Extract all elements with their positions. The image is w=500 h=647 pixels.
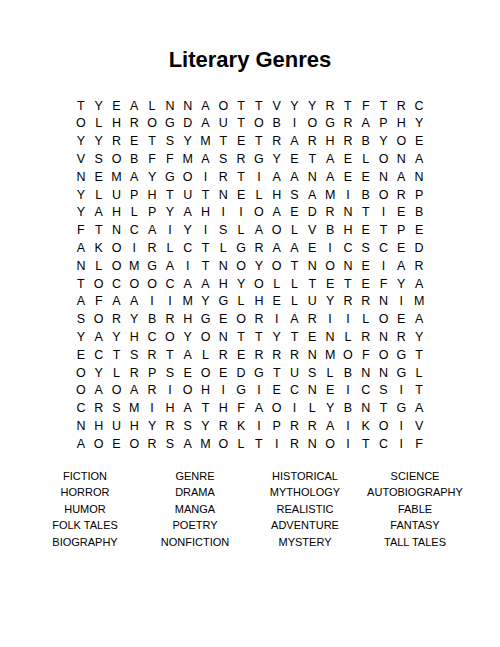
grid-cell[interactable]: C bbox=[143, 328, 161, 346]
grid-cell[interactable]: A bbox=[179, 204, 197, 222]
grid-cell[interactable]: R bbox=[303, 311, 321, 329]
grid-cell[interactable]: A bbox=[161, 257, 179, 275]
grid-cell[interactable]: H bbox=[268, 186, 286, 204]
grid-cell[interactable]: M bbox=[125, 257, 143, 275]
grid-cell[interactable]: M bbox=[179, 293, 197, 311]
grid-cell[interactable]: A bbox=[250, 400, 268, 418]
grid-cell[interactable]: A bbox=[286, 168, 304, 186]
grid-cell[interactable]: K bbox=[357, 417, 375, 435]
grid-cell[interactable]: O bbox=[108, 257, 126, 275]
grid-cell[interactable]: I bbox=[250, 382, 268, 400]
grid-cell[interactable]: M bbox=[125, 400, 143, 418]
grid-cell[interactable]: I bbox=[392, 293, 410, 311]
grid-cell[interactable]: R bbox=[339, 115, 357, 133]
grid-cell[interactable]: N bbox=[375, 293, 393, 311]
grid-cell[interactable]: R bbox=[143, 239, 161, 257]
grid-cell[interactable]: S bbox=[161, 435, 179, 453]
grid-cell[interactable]: A bbox=[197, 97, 215, 115]
grid-cell[interactable]: V bbox=[268, 97, 286, 115]
grid-cell[interactable]: E bbox=[108, 435, 126, 453]
grid-cell[interactable]: E bbox=[232, 346, 250, 364]
grid-cell[interactable]: C bbox=[108, 275, 126, 293]
grid-cell[interactable]: B bbox=[321, 222, 339, 240]
grid-cell[interactable]: C bbox=[339, 239, 357, 257]
grid-cell[interactable]: Y bbox=[90, 364, 108, 382]
grid-cell[interactable]: T bbox=[410, 382, 428, 400]
grid-cell[interactable]: L bbox=[108, 364, 126, 382]
grid-cell[interactable]: L bbox=[214, 239, 232, 257]
grid-cell[interactable]: A bbox=[410, 275, 428, 293]
grid-cell[interactable]: T bbox=[286, 257, 304, 275]
grid-cell[interactable]: T bbox=[339, 97, 357, 115]
grid-cell[interactable]: Y bbox=[410, 328, 428, 346]
grid-cell[interactable]: I bbox=[339, 435, 357, 453]
grid-cell[interactable]: S bbox=[214, 150, 232, 168]
grid-cell[interactable]: R bbox=[268, 133, 286, 151]
grid-cell[interactable]: E bbox=[214, 311, 232, 329]
grid-cell[interactable]: F bbox=[90, 293, 108, 311]
grid-cell[interactable]: M bbox=[197, 435, 215, 453]
grid-cell[interactable]: I bbox=[197, 168, 215, 186]
grid-cell[interactable]: N bbox=[72, 417, 90, 435]
grid-cell[interactable]: R bbox=[161, 311, 179, 329]
grid-cell[interactable]: E bbox=[268, 382, 286, 400]
grid-cell[interactable]: Y bbox=[392, 275, 410, 293]
grid-cell[interactable]: P bbox=[392, 222, 410, 240]
grid-cell[interactable]: O bbox=[179, 168, 197, 186]
grid-cell[interactable]: N bbox=[303, 435, 321, 453]
grid-cell[interactable]: I bbox=[286, 400, 304, 418]
grid-cell[interactable]: A bbox=[125, 293, 143, 311]
grid-cell[interactable]: R bbox=[339, 293, 357, 311]
grid-cell[interactable]: I bbox=[214, 204, 232, 222]
grid-cell[interactable]: E bbox=[179, 364, 197, 382]
grid-cell[interactable]: G bbox=[232, 382, 250, 400]
grid-cell[interactable]: S bbox=[286, 186, 304, 204]
grid-cell[interactable]: F bbox=[375, 275, 393, 293]
grid-cell[interactable]: O bbox=[375, 417, 393, 435]
grid-cell[interactable]: R bbox=[357, 328, 375, 346]
grid-cell[interactable]: T bbox=[72, 275, 90, 293]
grid-cell[interactable]: R bbox=[250, 311, 268, 329]
grid-cell[interactable]: I bbox=[392, 382, 410, 400]
grid-cell[interactable]: O bbox=[143, 275, 161, 293]
grid-cell[interactable]: R bbox=[214, 417, 232, 435]
grid-cell[interactable]: D bbox=[179, 115, 197, 133]
grid-cell[interactable]: O bbox=[250, 275, 268, 293]
grid-cell[interactable]: L bbox=[286, 275, 304, 293]
grid-cell[interactable]: L bbox=[232, 293, 250, 311]
grid-cell[interactable]: E bbox=[339, 168, 357, 186]
grid-cell[interactable]: F bbox=[357, 346, 375, 364]
grid-cell[interactable]: F bbox=[410, 435, 428, 453]
grid-cell[interactable]: E bbox=[108, 97, 126, 115]
grid-cell[interactable]: C bbox=[410, 97, 428, 115]
grid-cell[interactable]: N bbox=[72, 168, 90, 186]
grid-cell[interactable]: O bbox=[375, 186, 393, 204]
grid-cell[interactable]: R bbox=[108, 133, 126, 151]
grid-cell[interactable]: T bbox=[303, 150, 321, 168]
grid-cell[interactable]: T bbox=[72, 97, 90, 115]
grid-cell[interactable]: A bbox=[125, 97, 143, 115]
grid-cell[interactable]: N bbox=[339, 257, 357, 275]
grid-cell[interactable]: G bbox=[214, 293, 232, 311]
grid-cell[interactable]: R bbox=[143, 346, 161, 364]
grid-cell[interactable]: I bbox=[125, 239, 143, 257]
grid-cell[interactable]: L bbox=[232, 435, 250, 453]
grid-cell[interactable]: I bbox=[321, 311, 339, 329]
grid-cell[interactable]: A bbox=[392, 168, 410, 186]
grid-cell[interactable]: R bbox=[143, 382, 161, 400]
grid-cell[interactable]: N bbox=[179, 97, 197, 115]
grid-cell[interactable]: L bbox=[357, 311, 375, 329]
grid-cell[interactable]: G bbox=[392, 364, 410, 382]
grid-cell[interactable]: M bbox=[179, 150, 197, 168]
grid-cell[interactable]: E bbox=[410, 222, 428, 240]
grid-cell[interactable]: T bbox=[339, 275, 357, 293]
grid-cell[interactable]: L bbox=[303, 400, 321, 418]
grid-cell[interactable]: C bbox=[286, 382, 304, 400]
grid-cell[interactable]: O bbox=[321, 257, 339, 275]
grid-cell[interactable]: C bbox=[357, 382, 375, 400]
grid-cell[interactable]: L bbox=[143, 97, 161, 115]
grid-cell[interactable]: N bbox=[303, 257, 321, 275]
grid-cell[interactable]: B bbox=[125, 150, 143, 168]
grid-cell[interactable]: G bbox=[143, 257, 161, 275]
grid-cell[interactable]: Y bbox=[108, 328, 126, 346]
grid-cell[interactable]: E bbox=[357, 168, 375, 186]
grid-cell[interactable]: A bbox=[268, 204, 286, 222]
grid-cell[interactable]: E bbox=[232, 186, 250, 204]
grid-cell[interactable]: H bbox=[214, 275, 232, 293]
grid-cell[interactable]: E bbox=[392, 239, 410, 257]
grid-cell[interactable]: T bbox=[268, 364, 286, 382]
grid-cell[interactable]: T bbox=[232, 168, 250, 186]
grid-cell[interactable]: A bbox=[286, 239, 304, 257]
grid-cell[interactable]: Y bbox=[375, 133, 393, 151]
grid-cell[interactable]: R bbox=[232, 150, 250, 168]
grid-cell[interactable]: T bbox=[197, 257, 215, 275]
grid-cell[interactable]: N bbox=[303, 168, 321, 186]
grid-cell[interactable]: L bbox=[321, 364, 339, 382]
grid-cell[interactable]: O bbox=[90, 275, 108, 293]
grid-cell[interactable]: U bbox=[303, 293, 321, 311]
grid-cell[interactable]: R bbox=[321, 97, 339, 115]
grid-cell[interactable]: E bbox=[357, 275, 375, 293]
grid-cell[interactable]: I bbox=[250, 417, 268, 435]
grid-cell[interactable]: O bbox=[250, 115, 268, 133]
grid-cell[interactable]: D bbox=[303, 204, 321, 222]
grid-cell[interactable]: L bbox=[250, 186, 268, 204]
grid-cell[interactable]: E bbox=[392, 204, 410, 222]
grid-cell[interactable]: Y bbox=[90, 133, 108, 151]
grid-cell[interactable]: N bbox=[357, 364, 375, 382]
grid-cell[interactable]: U bbox=[108, 417, 126, 435]
grid-cell[interactable]: O bbox=[90, 435, 108, 453]
grid-cell[interactable]: L bbox=[286, 222, 304, 240]
grid-cell[interactable]: P bbox=[143, 204, 161, 222]
grid-cell[interactable]: L bbox=[286, 293, 304, 311]
grid-cell[interactable]: O bbox=[125, 275, 143, 293]
grid-cell[interactable]: H bbox=[197, 204, 215, 222]
grid-cell[interactable]: H bbox=[125, 417, 143, 435]
grid-cell[interactable]: T bbox=[197, 239, 215, 257]
grid-cell[interactable]: R bbox=[392, 97, 410, 115]
grid-cell[interactable]: N bbox=[72, 257, 90, 275]
grid-cell[interactable]: R bbox=[90, 400, 108, 418]
grid-cell[interactable]: F bbox=[143, 150, 161, 168]
grid-cell[interactable]: P bbox=[268, 417, 286, 435]
grid-cell[interactable]: I bbox=[232, 204, 250, 222]
grid-cell[interactable]: E bbox=[410, 133, 428, 151]
grid-cell[interactable]: N bbox=[357, 400, 375, 418]
grid-cell[interactable]: E bbox=[303, 328, 321, 346]
grid-cell[interactable]: E bbox=[321, 275, 339, 293]
grid-cell[interactable]: T bbox=[375, 222, 393, 240]
grid-cell[interactable]: G bbox=[392, 400, 410, 418]
grid-cell[interactable]: B bbox=[339, 400, 357, 418]
grid-cell[interactable]: I bbox=[392, 417, 410, 435]
grid-cell[interactable]: N bbox=[392, 150, 410, 168]
grid-cell[interactable]: A bbox=[410, 150, 428, 168]
grid-cell[interactable]: M bbox=[108, 168, 126, 186]
grid-cell[interactable]: H bbox=[339, 222, 357, 240]
grid-cell[interactable]: R bbox=[250, 346, 268, 364]
grid-cell[interactable]: O bbox=[268, 222, 286, 240]
grid-cell[interactable]: H bbox=[321, 133, 339, 151]
grid-cell[interactable]: S bbox=[161, 364, 179, 382]
grid-cell[interactable]: Y bbox=[161, 204, 179, 222]
grid-cell[interactable]: E bbox=[72, 346, 90, 364]
grid-cell[interactable]: A bbox=[90, 204, 108, 222]
grid-cell[interactable]: E bbox=[357, 222, 375, 240]
grid-cell[interactable]: I bbox=[268, 311, 286, 329]
grid-cell[interactable]: T bbox=[357, 204, 375, 222]
grid-cell[interactable]: T bbox=[410, 346, 428, 364]
grid-cell[interactable]: T bbox=[161, 346, 179, 364]
grid-cell[interactable]: H bbox=[161, 400, 179, 418]
grid-cell[interactable]: N bbox=[214, 328, 232, 346]
grid-cell[interactable]: V bbox=[303, 222, 321, 240]
grid-cell[interactable]: E bbox=[339, 150, 357, 168]
grid-cell[interactable]: B bbox=[410, 204, 428, 222]
grid-cell[interactable]: L bbox=[90, 186, 108, 204]
grid-cell[interactable]: B bbox=[268, 115, 286, 133]
grid-cell[interactable]: B bbox=[143, 311, 161, 329]
grid-cell[interactable]: A bbox=[179, 275, 197, 293]
grid-cell[interactable]: O bbox=[232, 311, 250, 329]
grid-cell[interactable]: E bbox=[90, 168, 108, 186]
grid-cell[interactable]: G bbox=[161, 168, 179, 186]
grid-cell[interactable]: H bbox=[108, 115, 126, 133]
grid-cell[interactable]: T bbox=[375, 400, 393, 418]
grid-cell[interactable]: A bbox=[90, 382, 108, 400]
grid-cell[interactable]: A bbox=[197, 115, 215, 133]
grid-cell[interactable]: C bbox=[375, 435, 393, 453]
grid-cell[interactable]: A bbox=[357, 115, 375, 133]
grid-cell[interactable]: A bbox=[268, 168, 286, 186]
grid-cell[interactable]: G bbox=[197, 311, 215, 329]
grid-cell[interactable]: E bbox=[357, 257, 375, 275]
grid-cell[interactable]: I bbox=[339, 382, 357, 400]
grid-cell[interactable]: S bbox=[303, 364, 321, 382]
grid-cell[interactable]: O bbox=[143, 115, 161, 133]
grid-cell[interactable]: R bbox=[339, 133, 357, 151]
grid-cell[interactable]: N bbox=[375, 364, 393, 382]
grid-cell[interactable]: S bbox=[108, 400, 126, 418]
grid-cell[interactable]: Y bbox=[72, 204, 90, 222]
grid-cell[interactable]: B bbox=[339, 364, 357, 382]
grid-cell[interactable]: O bbox=[108, 239, 126, 257]
grid-cell[interactable]: I bbox=[375, 204, 393, 222]
grid-cell[interactable]: K bbox=[90, 239, 108, 257]
grid-cell[interactable]: H bbox=[108, 204, 126, 222]
grid-cell[interactable]: V bbox=[72, 150, 90, 168]
grid-cell[interactable]: R bbox=[214, 346, 232, 364]
grid-cell[interactable]: I bbox=[268, 435, 286, 453]
grid-cell[interactable]: R bbox=[250, 239, 268, 257]
grid-cell[interactable]: M bbox=[197, 133, 215, 151]
grid-cell[interactable]: P bbox=[410, 186, 428, 204]
grid-cell[interactable]: H bbox=[392, 115, 410, 133]
grid-cell[interactable]: A bbox=[321, 150, 339, 168]
grid-cell[interactable]: A bbox=[179, 400, 197, 418]
grid-cell[interactable]: E bbox=[232, 133, 250, 151]
grid-cell[interactable]: Y bbox=[143, 168, 161, 186]
grid-cell[interactable]: T bbox=[250, 97, 268, 115]
grid-cell[interactable]: O bbox=[197, 364, 215, 382]
grid-cell[interactable]: A bbox=[72, 435, 90, 453]
grid-cell[interactable]: O bbox=[214, 435, 232, 453]
grid-cell[interactable]: R bbox=[108, 311, 126, 329]
grid-cell[interactable]: H bbox=[179, 311, 197, 329]
grid-cell[interactable]: Y bbox=[197, 293, 215, 311]
grid-cell[interactable]: L bbox=[90, 257, 108, 275]
grid-cell[interactable]: E bbox=[392, 311, 410, 329]
grid-cell[interactable]: S bbox=[161, 133, 179, 151]
grid-cell[interactable]: E bbox=[321, 382, 339, 400]
grid-cell[interactable]: I bbox=[339, 311, 357, 329]
grid-cell[interactable]: A bbox=[108, 293, 126, 311]
grid-cell[interactable]: R bbox=[303, 417, 321, 435]
grid-cell[interactable]: E bbox=[303, 239, 321, 257]
grid-cell[interactable]: T bbox=[250, 328, 268, 346]
grid-cell[interactable]: G bbox=[161, 115, 179, 133]
grid-cell[interactable]: T bbox=[197, 400, 215, 418]
grid-cell[interactable]: A bbox=[72, 293, 90, 311]
grid-cell[interactable]: A bbox=[410, 400, 428, 418]
grid-cell[interactable]: E bbox=[286, 204, 304, 222]
grid-cell[interactable]: Y bbox=[232, 275, 250, 293]
grid-cell[interactable]: N bbox=[410, 168, 428, 186]
grid-cell[interactable]: M bbox=[321, 186, 339, 204]
grid-cell[interactable]: I bbox=[143, 400, 161, 418]
grid-cell[interactable]: R bbox=[125, 115, 143, 133]
grid-cell[interactable]: I bbox=[161, 222, 179, 240]
grid-cell[interactable]: E bbox=[268, 293, 286, 311]
grid-cell[interactable]: P bbox=[125, 186, 143, 204]
grid-cell[interactable]: F bbox=[72, 222, 90, 240]
grid-cell[interactable]: T bbox=[197, 186, 215, 204]
grid-cell[interactable]: R bbox=[286, 435, 304, 453]
grid-cell[interactable]: R bbox=[392, 328, 410, 346]
grid-cell[interactable]: S bbox=[90, 150, 108, 168]
grid-cell[interactable]: G bbox=[250, 364, 268, 382]
grid-cell[interactable]: R bbox=[268, 346, 286, 364]
grid-cell[interactable]: Y bbox=[321, 400, 339, 418]
grid-cell[interactable]: O bbox=[268, 257, 286, 275]
grid-cell[interactable]: S bbox=[179, 417, 197, 435]
grid-cell[interactable]: R bbox=[303, 133, 321, 151]
grid-cell[interactable]: L bbox=[410, 364, 428, 382]
grid-cell[interactable]: A bbox=[286, 311, 304, 329]
grid-cell[interactable]: O bbox=[232, 257, 250, 275]
grid-cell[interactable]: V bbox=[410, 417, 428, 435]
grid-cell[interactable]: T bbox=[375, 97, 393, 115]
grid-cell[interactable]: C bbox=[375, 239, 393, 257]
grid-cell[interactable]: A bbox=[392, 257, 410, 275]
grid-cell[interactable]: H bbox=[214, 400, 232, 418]
grid-cell[interactable]: O bbox=[375, 150, 393, 168]
grid-cell[interactable]: A bbox=[410, 311, 428, 329]
grid-cell[interactable]: Y bbox=[72, 133, 90, 151]
grid-cell[interactable]: D bbox=[410, 239, 428, 257]
grid-cell[interactable]: F bbox=[232, 400, 250, 418]
grid-cell[interactable]: N bbox=[303, 346, 321, 364]
grid-cell[interactable]: T bbox=[250, 435, 268, 453]
grid-cell[interactable]: A bbox=[286, 133, 304, 151]
grid-cell[interactable]: L bbox=[232, 222, 250, 240]
grid-cell[interactable]: O bbox=[303, 115, 321, 133]
grid-cell[interactable]: D bbox=[232, 364, 250, 382]
grid-cell[interactable]: H bbox=[197, 382, 215, 400]
grid-cell[interactable]: O bbox=[375, 311, 393, 329]
grid-cell[interactable]: H bbox=[90, 417, 108, 435]
grid-cell[interactable]: N bbox=[303, 382, 321, 400]
grid-cell[interactable]: A bbox=[303, 186, 321, 204]
grid-cell[interactable]: L bbox=[339, 328, 357, 346]
grid-cell[interactable]: T bbox=[286, 328, 304, 346]
grid-cell[interactable]: C bbox=[72, 400, 90, 418]
grid-cell[interactable]: I bbox=[161, 293, 179, 311]
grid-cell[interactable]: Y bbox=[321, 293, 339, 311]
grid-cell[interactable]: I bbox=[179, 257, 197, 275]
grid-cell[interactable]: T bbox=[303, 275, 321, 293]
grid-cell[interactable]: Y bbox=[179, 133, 197, 151]
grid-cell[interactable]: L bbox=[268, 275, 286, 293]
grid-cell[interactable]: T bbox=[357, 435, 375, 453]
grid-cell[interactable]: O bbox=[268, 400, 286, 418]
grid-cell[interactable]: O bbox=[108, 150, 126, 168]
grid-cell[interactable]: A bbox=[197, 150, 215, 168]
grid-cell[interactable]: O bbox=[72, 382, 90, 400]
grid-cell[interactable]: I bbox=[339, 417, 357, 435]
grid-cell[interactable]: P bbox=[375, 115, 393, 133]
grid-cell[interactable]: A bbox=[268, 239, 286, 257]
grid-cell[interactable]: R bbox=[143, 435, 161, 453]
grid-cell[interactable]: M bbox=[410, 293, 428, 311]
grid-cell[interactable]: I bbox=[392, 435, 410, 453]
grid-cell[interactable]: Y bbox=[250, 257, 268, 275]
grid-cell[interactable]: A bbox=[197, 275, 215, 293]
grid-cell[interactable]: N bbox=[214, 186, 232, 204]
grid-cell[interactable]: Y bbox=[303, 97, 321, 115]
grid-cell[interactable]: I bbox=[286, 115, 304, 133]
grid-cell[interactable]: L bbox=[161, 239, 179, 257]
grid-cell[interactable]: O bbox=[197, 328, 215, 346]
grid-cell[interactable]: L bbox=[90, 115, 108, 133]
grid-cell[interactable]: R bbox=[286, 417, 304, 435]
